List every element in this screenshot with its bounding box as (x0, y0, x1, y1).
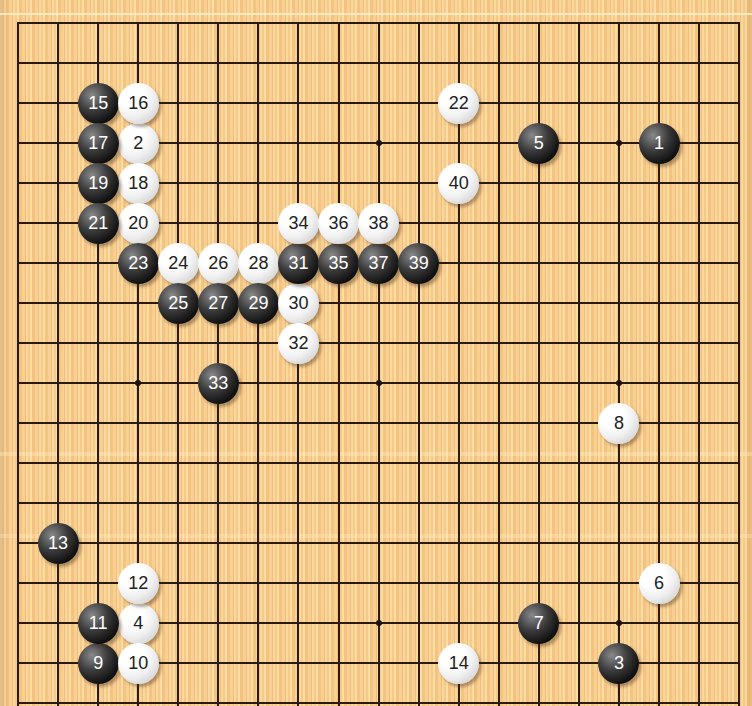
stone-move-6: 6 (639, 563, 680, 604)
stone-move-5: 5 (518, 123, 559, 164)
stone-move-3: 3 (598, 643, 639, 684)
stone-move-4: 4 (118, 603, 159, 644)
stone-move-28: 28 (238, 243, 279, 284)
stone-move-38: 38 (358, 203, 399, 244)
stone-move-31: 31 (278, 243, 319, 284)
stone-move-18: 18 (118, 163, 159, 204)
stone-move-37: 37 (358, 243, 399, 284)
stone-move-9: 9 (78, 643, 119, 684)
stone-move-25: 25 (158, 283, 199, 324)
stone-move-35: 35 (318, 243, 359, 284)
stone-move-30: 30 (278, 283, 319, 324)
stone-move-24: 24 (158, 243, 199, 284)
stone-move-13: 13 (38, 523, 79, 564)
stone-move-29: 29 (238, 283, 279, 324)
stone-move-19: 19 (78, 163, 119, 204)
stone-move-22: 22 (438, 83, 479, 124)
stone-move-20: 20 (118, 203, 159, 244)
stone-move-8: 8 (598, 403, 639, 444)
stone-move-33: 33 (198, 363, 239, 404)
stone-move-10: 10 (118, 643, 159, 684)
stone-move-12: 12 (118, 563, 159, 604)
stone-move-23: 23 (118, 243, 159, 284)
stone-move-16: 16 (118, 83, 159, 124)
stone-move-2: 2 (118, 123, 159, 164)
stone-move-36: 36 (318, 203, 359, 244)
stone-move-26: 26 (198, 243, 239, 284)
stone-move-17: 17 (78, 123, 119, 164)
stone-move-32: 32 (278, 323, 319, 364)
stone-move-7: 7 (518, 603, 559, 644)
stone-move-39: 39 (398, 243, 439, 284)
stone-move-15: 15 (78, 83, 119, 124)
stone-move-14: 14 (438, 643, 479, 684)
stone-move-40: 40 (438, 163, 479, 204)
board-cells: 1234567891011121314151617181920212223242… (0, 3, 752, 706)
go-board[interactable]: 1234567891011121314151617181920212223242… (0, 0, 752, 706)
stone-move-1: 1 (639, 123, 680, 164)
stone-move-11: 11 (78, 603, 119, 644)
stone-move-34: 34 (278, 203, 319, 244)
stone-move-27: 27 (198, 283, 239, 324)
go-board-diagram: 1234567891011121314151617181920212223242… (0, 0, 752, 706)
stone-move-21: 21 (78, 203, 119, 244)
